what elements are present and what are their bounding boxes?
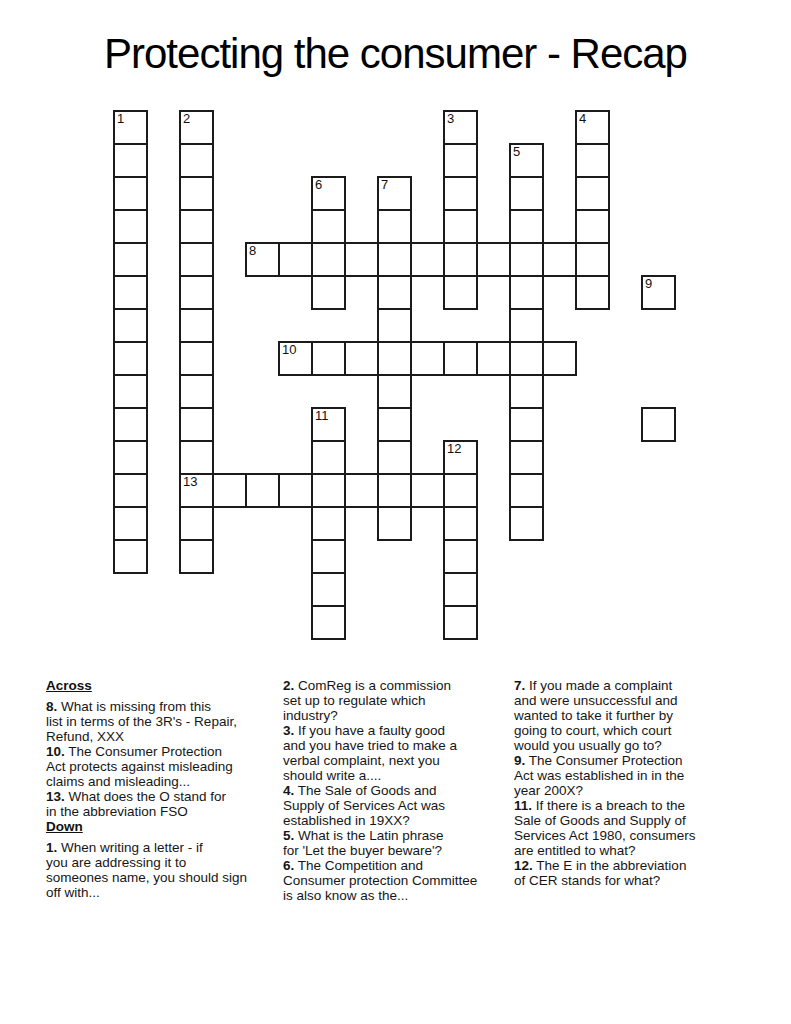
- puzzle-title: Protecting the consumer - Recap: [0, 30, 791, 78]
- cell-number-8: 8: [249, 244, 256, 258]
- grid-cell-r3c6[interactable]: [311, 209, 346, 244]
- grid-cell-r11c4[interactable]: [245, 473, 280, 508]
- grid-cell-r4c9[interactable]: [410, 242, 445, 277]
- grid-cell-r6c8[interactable]: [377, 308, 412, 343]
- grid-cell-r4c5[interactable]: [278, 242, 313, 277]
- cell-number-1: 1: [117, 112, 124, 126]
- grid-cell-r7c13[interactable]: [542, 341, 577, 376]
- grid-cell-r1c10[interactable]: [443, 143, 478, 178]
- clue-number: 12.: [514, 858, 533, 873]
- grid-cell-r2c6[interactable]: 6: [311, 176, 346, 211]
- cell-number-5: 5: [513, 145, 520, 159]
- crossword-grid: 12345678910111213: [113, 110, 676, 640]
- grid-cell-r1c12[interactable]: 5: [509, 143, 544, 178]
- grid-cell-r11c7[interactable]: [344, 473, 379, 508]
- cell-number-9: 9: [645, 277, 652, 291]
- cell-number-3: 3: [447, 112, 454, 126]
- grid-cell-r14c6[interactable]: [311, 572, 346, 607]
- grid-cell-r1c14[interactable]: [575, 143, 610, 178]
- grid-cell-r5c10[interactable]: [443, 275, 478, 310]
- grid-cell-r3c8[interactable]: [377, 209, 412, 244]
- grid-cell-r0c0[interactable]: 1: [113, 110, 148, 145]
- grid-cell-r0c14[interactable]: 4: [575, 110, 610, 145]
- grid-cell-r13c0[interactable]: [113, 539, 148, 574]
- clue-5: 5. What is the Latin phrase for 'Let the…: [283, 828, 525, 858]
- clue-9: 9. The Consumer Protection Act was estab…: [514, 753, 756, 798]
- clue-number: 2.: [283, 678, 294, 693]
- grid-cell-r12c10[interactable]: [443, 506, 478, 541]
- grid-cell-r2c12[interactable]: [509, 176, 544, 211]
- grid-cell-r7c11[interactable]: [476, 341, 511, 376]
- grid-cell-r10c0[interactable]: [113, 440, 148, 475]
- down-heading: Down: [46, 819, 284, 834]
- grid-cell-r8c12[interactable]: [509, 374, 544, 409]
- grid-cell-r8c2[interactable]: [179, 374, 214, 409]
- grid-cell-r1c2[interactable]: [179, 143, 214, 178]
- grid-cell-r3c12[interactable]: [509, 209, 544, 244]
- grid-cell-r6c12[interactable]: [509, 308, 544, 343]
- grid-cell-r4c13[interactable]: [542, 242, 577, 277]
- grid-cell-r7c8[interactable]: [377, 341, 412, 376]
- grid-cell-r4c8[interactable]: [377, 242, 412, 277]
- clue-2: 2. ComReg is a commission set up to regu…: [283, 678, 525, 723]
- clue-6: 6. The Competition and Consumer protecti…: [283, 858, 525, 903]
- grid-cell-r8c0[interactable]: [113, 374, 148, 409]
- grid-cell-r11c2[interactable]: 13: [179, 473, 214, 508]
- grid-cell-r9c0[interactable]: [113, 407, 148, 442]
- clue-10: 10. The Consumer Protection Act protects…: [46, 744, 284, 789]
- grid-cell-r7c5[interactable]: 10: [278, 341, 313, 376]
- grid-cell-r11c3[interactable]: [212, 473, 247, 508]
- grid-cell-r15c10[interactable]: [443, 605, 478, 640]
- grid-cell-r11c0[interactable]: [113, 473, 148, 508]
- cell-number-7: 7: [381, 178, 388, 192]
- grid-cell-r14c10[interactable]: [443, 572, 478, 607]
- cell-number-2: 2: [183, 112, 190, 126]
- clue-3: 3. If you have a faulty good and you hav…: [283, 723, 525, 783]
- grid-cell-r2c0[interactable]: [113, 176, 148, 211]
- grid-cell-r9c8[interactable]: [377, 407, 412, 442]
- clue-13: 13. What does the O stand for in the abb…: [46, 789, 284, 819]
- grid-cell-r13c6[interactable]: [311, 539, 346, 574]
- grid-cell-r4c2[interactable]: [179, 242, 214, 277]
- grid-cell-r2c10[interactable]: [443, 176, 478, 211]
- clue-8: 8. What is missing from this list in ter…: [46, 699, 284, 744]
- grid-cell-r5c0[interactable]: [113, 275, 148, 310]
- grid-cell-r4c12[interactable]: [509, 242, 544, 277]
- grid-cell-r12c6[interactable]: [311, 506, 346, 541]
- grid-cell-r3c2[interactable]: [179, 209, 214, 244]
- grid-cell-r11c10[interactable]: [443, 473, 478, 508]
- clues-column-middle: 2. ComReg is a commission set up to regu…: [283, 678, 525, 903]
- grid-cell-r3c10[interactable]: [443, 209, 478, 244]
- grid-cell-r10c2[interactable]: [179, 440, 214, 475]
- grid-cell-r12c0[interactable]: [113, 506, 148, 541]
- grid-cell-r12c8[interactable]: [377, 506, 412, 541]
- clue-number: 9.: [514, 753, 525, 768]
- grid-cell-r11c9[interactable]: [410, 473, 445, 508]
- grid-cell-r11c8[interactable]: [377, 473, 412, 508]
- worksheet-page: Protecting the consumer - Recap 12345678…: [0, 0, 791, 1024]
- grid-cell-r5c2[interactable]: [179, 275, 214, 310]
- cell-number-6: 6: [315, 178, 322, 192]
- grid-cell-r12c12[interactable]: [509, 506, 544, 541]
- grid-cell-r4c10[interactable]: [443, 242, 478, 277]
- clue-number: 8.: [46, 699, 57, 714]
- clue-number: 4.: [283, 783, 294, 798]
- cell-number-11: 11: [315, 409, 329, 423]
- grid-cell-r12c2[interactable]: [179, 506, 214, 541]
- grid-cell-r3c0[interactable]: [113, 209, 148, 244]
- cell-number-10: 10: [282, 343, 296, 357]
- clue-number: 5.: [283, 828, 294, 843]
- clue-number: 6.: [283, 858, 294, 873]
- grid-cell-r0c2[interactable]: 2: [179, 110, 214, 145]
- grid-cell-r7c0[interactable]: [113, 341, 148, 376]
- grid-cell-r2c14[interactable]: [575, 176, 610, 211]
- grid-cell-r15c6[interactable]: [311, 605, 346, 640]
- grid-cell-r0c10[interactable]: 3: [443, 110, 478, 145]
- grid-cell-r3c14[interactable]: [575, 209, 610, 244]
- clue-number: 3.: [283, 723, 294, 738]
- clue-number: 13.: [46, 789, 65, 804]
- grid-cell-r6c2[interactable]: [179, 308, 214, 343]
- grid-cell-r10c8[interactable]: [377, 440, 412, 475]
- cell-number-12: 12: [447, 442, 461, 456]
- grid-cell-r2c2[interactable]: [179, 176, 214, 211]
- grid-cell-r7c9[interactable]: [410, 341, 445, 376]
- grid-cell-r4c11[interactable]: [476, 242, 511, 277]
- grid-cell-r6c0[interactable]: [113, 308, 148, 343]
- grid-cell-r8c8[interactable]: [377, 374, 412, 409]
- grid-cell-r10c12[interactable]: [509, 440, 544, 475]
- grid-cell-r4c4[interactable]: 8: [245, 242, 280, 277]
- grid-cell-r2c8[interactable]: 7: [377, 176, 412, 211]
- grid-cell-r5c6[interactable]: [311, 275, 346, 310]
- grid-cell-r7c6[interactable]: [311, 341, 346, 376]
- grid-cell-r5c8[interactable]: [377, 275, 412, 310]
- clue-number: 10.: [46, 744, 65, 759]
- grid-cell-r4c6[interactable]: [311, 242, 346, 277]
- grid-cell-r5c16[interactable]: 9: [641, 275, 676, 310]
- grid-cell-r9c12[interactable]: [509, 407, 544, 442]
- grid-cell-r9c16[interactable]: [641, 407, 676, 442]
- clues-column-left: Across8. What is missing from this list …: [46, 678, 284, 900]
- grid-cell-r10c6[interactable]: [311, 440, 346, 475]
- grid-cell-r7c2[interactable]: [179, 341, 214, 376]
- grid-cell-r5c12[interactable]: [509, 275, 544, 310]
- clue-11: 11. If there is a breach to the Sale of …: [514, 798, 756, 858]
- clue-number: 7.: [514, 678, 525, 693]
- clues-column-right: 7. If you made a complaint and were unsu…: [514, 678, 756, 888]
- grid-cell-r5c14[interactable]: [575, 275, 610, 310]
- cell-number-4: 4: [579, 112, 586, 126]
- grid-cell-r11c12[interactable]: [509, 473, 544, 508]
- clue-4: 4. The Sale of Goods and Supply of Servi…: [283, 783, 525, 828]
- grid-cell-r13c10[interactable]: [443, 539, 478, 574]
- clue-number: 11.: [514, 798, 532, 813]
- grid-cell-r11c5[interactable]: [278, 473, 313, 508]
- clue-7: 7. If you made a complaint and were unsu…: [514, 678, 756, 753]
- grid-cell-r7c10[interactable]: [443, 341, 478, 376]
- grid-cell-r7c7[interactable]: [344, 341, 379, 376]
- clue-12: 12. The E in the abbreviation of CER sta…: [514, 858, 756, 888]
- clue-number: 1.: [46, 840, 57, 855]
- grid-cell-r4c14[interactable]: [575, 242, 610, 277]
- grid-cell-r10c10[interactable]: 12: [443, 440, 478, 475]
- across-heading: Across: [46, 678, 284, 693]
- grid-cell-r9c6[interactable]: 11: [311, 407, 346, 442]
- grid-cell-r11c6[interactable]: [311, 473, 346, 508]
- grid-cell-r9c2[interactable]: [179, 407, 214, 442]
- grid-cell-r7c12[interactable]: [509, 341, 544, 376]
- cell-number-13: 13: [183, 475, 197, 489]
- grid-cell-r4c0[interactable]: [113, 242, 148, 277]
- grid-cell-r13c2[interactable]: [179, 539, 214, 574]
- grid-cell-r4c7[interactable]: [344, 242, 379, 277]
- grid-cell-r1c0[interactable]: [113, 143, 148, 178]
- clue-1: 1. When writing a letter - if you are ad…: [46, 840, 284, 900]
